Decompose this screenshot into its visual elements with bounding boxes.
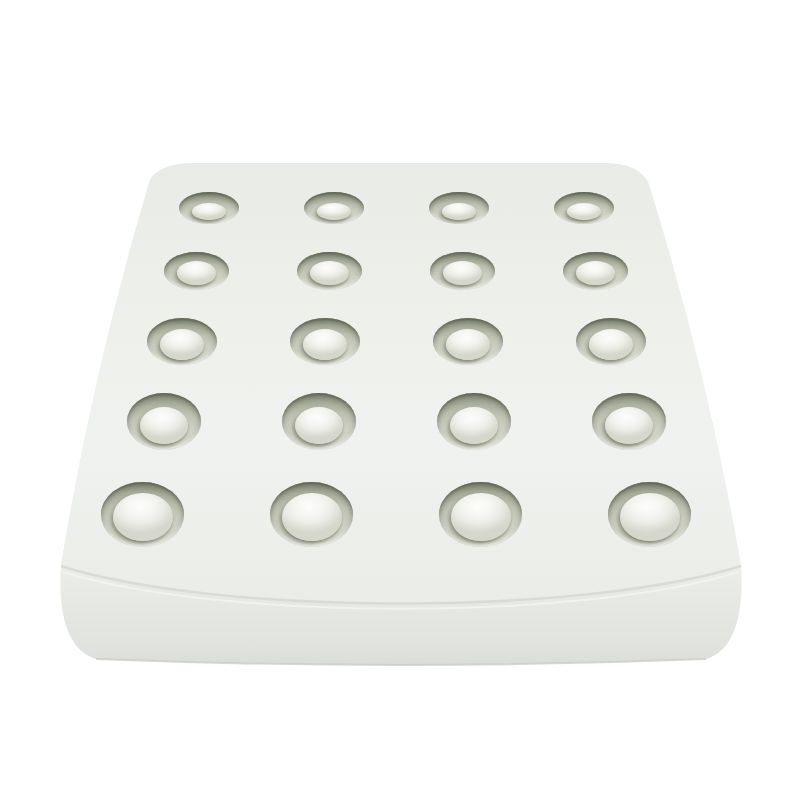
- well-r3c3[interactable]: [433, 318, 503, 365]
- well-r4c3[interactable]: [437, 393, 511, 450]
- white-ball[interactable]: [443, 261, 482, 285]
- well-r3c1[interactable]: [147, 318, 217, 365]
- white-ball[interactable]: [282, 493, 342, 541]
- white-ball[interactable]: [310, 261, 349, 285]
- well-r3c4[interactable]: [576, 318, 646, 365]
- white-ball[interactable]: [620, 493, 680, 541]
- well-r1c2[interactable]: [304, 192, 364, 224]
- white-ball[interactable]: [605, 407, 653, 444]
- well-r5c1[interactable]: [101, 482, 184, 547]
- white-ball[interactable]: [450, 407, 498, 444]
- white-ball[interactable]: [140, 407, 188, 444]
- well-r2c1[interactable]: [164, 252, 229, 290]
- well-r2c2[interactable]: [297, 252, 362, 290]
- well-r1c3[interactable]: [429, 192, 489, 224]
- well-r5c4[interactable]: [608, 482, 691, 547]
- white-ball[interactable]: [160, 329, 204, 360]
- well-r2c3[interactable]: [430, 252, 495, 290]
- board-scene: marble board tray (4x5 wells, white marb…: [0, 0, 800, 800]
- white-ball[interactable]: [192, 203, 226, 220]
- white-ball[interactable]: [442, 203, 476, 220]
- well-r4c1[interactable]: [127, 393, 201, 450]
- product-photo-canvas: marble board tray (4x5 wells, white marb…: [0, 0, 800, 800]
- white-ball[interactable]: [576, 261, 615, 285]
- white-ball[interactable]: [589, 329, 633, 360]
- white-ball[interactable]: [303, 329, 347, 360]
- white-ball[interactable]: [113, 493, 173, 541]
- white-ball[interactable]: [567, 203, 601, 220]
- well-r2c4[interactable]: [563, 252, 628, 290]
- well-r1c1[interactable]: [179, 192, 239, 224]
- well-r1c4[interactable]: [554, 192, 614, 224]
- well-r4c2[interactable]: [282, 393, 356, 450]
- board-tray: [0, 0, 800, 800]
- well-r3c2[interactable]: [290, 318, 360, 365]
- well-r4c4[interactable]: [592, 393, 666, 450]
- white-ball[interactable]: [177, 261, 216, 285]
- well-r5c2[interactable]: [270, 482, 353, 547]
- well-r5c3[interactable]: [439, 482, 522, 547]
- white-ball[interactable]: [317, 203, 351, 220]
- white-ball[interactable]: [446, 329, 490, 360]
- white-ball[interactable]: [295, 407, 343, 444]
- white-ball[interactable]: [451, 493, 511, 541]
